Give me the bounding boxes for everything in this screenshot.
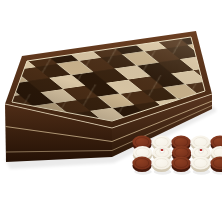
backgammon-set-image [0, 0, 222, 222]
checker-white [152, 157, 171, 175]
maker-logo [199, 148, 203, 153]
checkers-group [132, 136, 222, 175]
product-photo [0, 0, 222, 222]
checker-white [191, 157, 210, 175]
checker-brown [210, 157, 222, 175]
checker-brown [171, 157, 190, 175]
checker-brown [132, 157, 151, 175]
maker-logo [160, 148, 164, 153]
